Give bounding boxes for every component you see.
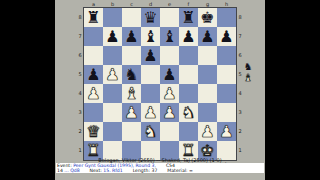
piece-white-pawn: ♟: [219, 122, 233, 141]
rank-label-4: 4: [77, 84, 83, 103]
square-c8: [122, 8, 141, 27]
next-label: Next:: [90, 168, 102, 173]
square-b8: [103, 8, 122, 27]
square-g3: [198, 103, 217, 122]
chess-board: ♜♛♜♚♟♟♝♝♟♟♟♟♟♟♞♟♟♝♟♟♟♟♞♛♞♟♟♜♜♚: [84, 8, 236, 160]
square-h6: [217, 46, 236, 65]
piece-black-pawn: ♟: [181, 27, 195, 46]
piece-white-knight: ♞: [181, 103, 195, 122]
file-label-f: f: [179, 1, 198, 8]
piece-white-pawn: ♟: [143, 103, 157, 122]
piece-black-pawn: ♟: [105, 27, 119, 46]
square-e4: ♟: [160, 84, 179, 103]
rank-label-7: 7: [77, 27, 83, 46]
square-a4: ♟: [84, 84, 103, 103]
square-f7: ♟: [179, 27, 198, 46]
piece-white-pawn: ♟: [105, 65, 119, 84]
file-labels-top: abcdefgh: [84, 1, 236, 8]
rank-label-7: 7: [237, 27, 243, 46]
square-e6: [160, 46, 179, 65]
square-c4: ♝: [122, 84, 141, 103]
square-c7: ♟: [122, 27, 141, 46]
rank-label-2: 2: [77, 122, 83, 141]
chess-app-frame: abcdefgh 87654321 87654321 ♜♛♜♚♟♟♝♝♟♟♟♟♟…: [55, 0, 265, 180]
rank-label-3: 3: [77, 103, 83, 122]
piece-black-pawn: ♟: [124, 27, 138, 46]
square-b5: ♟: [103, 65, 122, 84]
square-h3: [217, 103, 236, 122]
file-label-d: d: [141, 1, 160, 8]
piece-white-pawn: ♟: [162, 103, 176, 122]
piece-black-king: ♚: [200, 8, 214, 27]
square-f6: [179, 46, 198, 65]
piece-black-pawn: ♟: [86, 65, 100, 84]
rank-label-8: 8: [237, 8, 243, 27]
square-d5: [141, 65, 160, 84]
square-c6: [122, 46, 141, 65]
square-e8: [160, 8, 179, 27]
square-h5: [217, 65, 236, 84]
game-info-box: Event: Peer Gynt Gausdal (1995), Round 3…: [56, 163, 264, 173]
square-e7: ♝: [160, 27, 179, 46]
piece-white-pawn: ♟: [162, 84, 176, 103]
length-value: 37: [152, 168, 158, 173]
material-value: =: [189, 168, 193, 173]
rank-label-5: 5: [77, 65, 83, 84]
square-f4: [179, 84, 198, 103]
square-f2: [179, 122, 198, 141]
file-label-h: h: [217, 1, 236, 8]
square-a3: [84, 103, 103, 122]
last-move: ... Qd8: [64, 168, 79, 173]
square-f8: ♜: [179, 8, 198, 27]
square-g7: ♟: [198, 27, 217, 46]
rank-labels-left: 87654321: [77, 8, 83, 160]
material-label: Material:: [167, 168, 187, 173]
square-g4: [198, 84, 217, 103]
move-info-row: 14 ... Qd8 Next: 15. Rfd1 Length: 37 Mat…: [57, 168, 263, 173]
square-d7: ♝: [141, 27, 160, 46]
captured-pieces-tray: ♞♝: [241, 62, 255, 83]
square-h2: ♟: [217, 122, 236, 141]
square-c2: [122, 122, 141, 141]
file-label-e: e: [160, 1, 179, 8]
square-d4: [141, 84, 160, 103]
piece-black-pawn: ♟: [219, 27, 233, 46]
piece-black-pawn: ♟: [200, 27, 214, 46]
square-a7: [84, 27, 103, 46]
rank-label-2: 2: [237, 122, 243, 141]
square-b2: [103, 122, 122, 141]
square-b4: [103, 84, 122, 103]
rank-label-8: 8: [77, 8, 83, 27]
square-c3: ♟: [122, 103, 141, 122]
video-frame: abcdefgh 87654321 87654321 ♜♛♜♚♟♟♝♝♟♟♟♟♟…: [0, 0, 320, 180]
move-number: 14: [57, 168, 63, 173]
square-b6: [103, 46, 122, 65]
square-h4: [217, 84, 236, 103]
square-g2: ♟: [198, 122, 217, 141]
square-a6: [84, 46, 103, 65]
square-c5: ♞: [122, 65, 141, 84]
square-d2: ♞: [141, 122, 160, 141]
square-a2: ♛: [84, 122, 103, 141]
square-h8: [217, 8, 236, 27]
file-label-b: b: [103, 1, 122, 8]
piece-white-pawn: ♟: [200, 122, 214, 141]
rank-label-6: 6: [77, 46, 83, 65]
rank-label-3: 3: [237, 103, 243, 122]
piece-black-pawn: ♟: [143, 46, 157, 65]
piece-black-pawn: ♟: [162, 65, 176, 84]
piece-black-bishop: ♝: [143, 27, 157, 46]
square-h7: ♟: [217, 27, 236, 46]
square-d8: ♛: [141, 8, 160, 27]
captured-white-bishop-icon: ♝: [244, 73, 253, 83]
length-label: Length:: [133, 168, 150, 173]
piece-black-rook: ♜: [86, 8, 100, 27]
piece-white-pawn: ♟: [86, 84, 100, 103]
next-move: 15. Rfd1: [103, 168, 122, 173]
square-g6: [198, 46, 217, 65]
square-f5: [179, 65, 198, 84]
square-g8: ♚: [198, 8, 217, 27]
piece-white-bishop: ♝: [124, 84, 138, 103]
letterbox-left: [0, 0, 55, 180]
square-b3: [103, 103, 122, 122]
square-d6: ♟: [141, 46, 160, 65]
square-a5: ♟: [84, 65, 103, 84]
square-g5: [198, 65, 217, 84]
square-a8: ♜: [84, 8, 103, 27]
file-label-g: g: [198, 1, 217, 8]
square-f3: ♞: [179, 103, 198, 122]
file-label-a: a: [84, 1, 103, 8]
piece-white-knight: ♞: [143, 122, 157, 141]
square-e2: [160, 122, 179, 141]
piece-black-rook: ♜: [181, 8, 195, 27]
piece-black-knight: ♞: [124, 65, 138, 84]
square-e3: ♟: [160, 103, 179, 122]
captured-black-knight-icon: ♞: [244, 62, 253, 72]
piece-black-queen: ♛: [143, 8, 157, 27]
square-e5: ♟: [160, 65, 179, 84]
piece-black-bishop: ♝: [162, 27, 176, 46]
square-d3: ♟: [141, 103, 160, 122]
piece-white-queen: ♛: [86, 122, 100, 141]
rank-label-4: 4: [237, 84, 243, 103]
rank-labels-right: 87654321: [237, 8, 243, 160]
letterbox-right: [265, 0, 320, 180]
file-label-c: c: [122, 1, 141, 8]
piece-white-pawn: ♟: [124, 103, 138, 122]
square-b7: ♟: [103, 27, 122, 46]
